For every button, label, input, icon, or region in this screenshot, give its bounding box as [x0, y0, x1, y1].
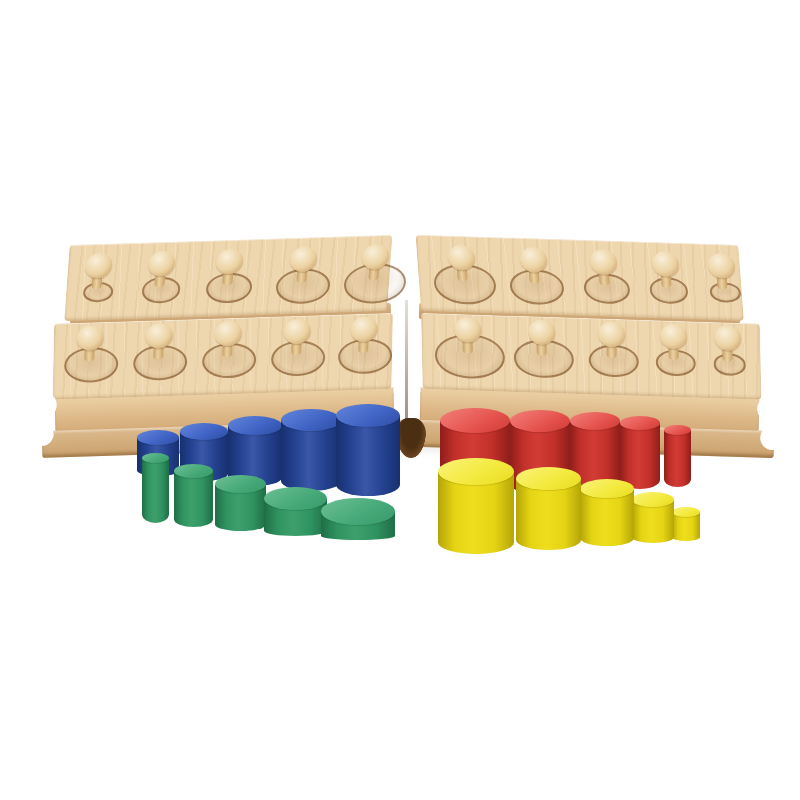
block-pair-seam: [405, 300, 408, 430]
cylinder-green-5[interactable]: [321, 498, 395, 540]
base-notch: [30, 391, 57, 418]
cylinder-yellow-top-face: [632, 492, 674, 507]
cylinder-yellow-top-face: [580, 479, 634, 498]
cylinder-blue-top-face: [137, 430, 179, 445]
cylinder-blue-top-face: [228, 416, 282, 435]
cylinder-red-top-face: [620, 416, 660, 430]
knobbed-cylinder-block-back-right: [415, 235, 743, 321]
cylinder-yellow-top-face: [438, 458, 514, 485]
cylinder-green-body: [174, 471, 213, 527]
knob-cylinder-top-back-left-3[interactable]: [215, 249, 244, 275]
cylinder-yellow-2[interactable]: [516, 467, 581, 550]
cylinder-yellow-top-face: [516, 467, 581, 490]
cylinder-blue-top-face: [281, 409, 341, 431]
cylinder-green-top-face: [142, 453, 169, 463]
cylinder-yellow-4[interactable]: [632, 492, 674, 543]
knob-cylinder-top-back-left-2[interactable]: [147, 251, 176, 277]
knob-cylinder-top-front-right-5[interactable]: [713, 325, 741, 351]
cylinder-green-4[interactable]: [264, 487, 327, 536]
knobbed-cylinder-block-front-right: [421, 313, 761, 400]
block-pair-gap-shadow: [396, 418, 426, 458]
knob-cylinder-top-back-right-2[interactable]: [519, 247, 548, 273]
cylinder-yellow-1[interactable]: [438, 458, 514, 554]
cylinder-yellow-3[interactable]: [580, 479, 634, 546]
cylinder-green-1[interactable]: [142, 453, 169, 523]
knob-cylinder-top-back-left-1[interactable]: [84, 253, 113, 279]
knob-cylinder-top-back-right-4[interactable]: [651, 251, 680, 277]
cylinder-blue-5[interactable]: [336, 404, 400, 496]
knob-cylinder-top-back-left-4[interactable]: [289, 246, 318, 272]
cylinder-yellow-top-face: [672, 507, 700, 517]
base-notch: [760, 426, 785, 451]
product-photo-stage: [0, 0, 800, 800]
cylinder-blue-top-face: [180, 423, 228, 440]
cylinder-green-3[interactable]: [215, 475, 266, 531]
cylinder-red-5[interactable]: [664, 425, 691, 487]
cylinder-green-top-face: [264, 487, 327, 510]
base-notch: [757, 395, 784, 422]
cylinder-green-2[interactable]: [174, 464, 213, 527]
knob-cylinder-top-front-right-4[interactable]: [659, 323, 687, 349]
knob-cylinder-top-front-right-3[interactable]: [597, 321, 625, 347]
cylinder-red-top-face: [440, 408, 510, 433]
cylinder-red-top-face: [510, 410, 570, 432]
cylinder-green-body: [142, 458, 169, 523]
knobbed-cylinder-block-front-left: [53, 313, 393, 400]
cylinder-green-top-face: [321, 498, 395, 525]
knobbed-cylinder-block-back-left: [64, 235, 392, 321]
cylinder-green-top-face: [174, 464, 213, 478]
cylinder-green-top-face: [215, 475, 266, 493]
cylinder-blue-4[interactable]: [281, 409, 341, 491]
cylinder-red-top-face: [664, 425, 691, 435]
cylinder-red-body: [664, 430, 691, 487]
cylinder-blue-top-face: [336, 404, 400, 427]
knob-cylinder-top-back-right-3[interactable]: [589, 249, 618, 275]
knob-cylinder-top-back-right-5[interactable]: [706, 253, 735, 279]
cylinder-yellow-5[interactable]: [672, 507, 700, 541]
cylinder-blue-body: [336, 416, 400, 497]
cylinder-red-top-face: [570, 412, 620, 430]
